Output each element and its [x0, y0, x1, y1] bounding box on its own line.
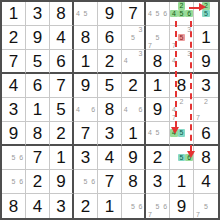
cell-r5c1[interactable]: 3 [2, 98, 26, 122]
candidate-grid: 34 [122, 50, 144, 72]
given-digit: 8 [33, 125, 42, 142]
cell-r6c8[interactable]: 45 [170, 122, 194, 146]
cell-r2c7[interactable]: 57 [146, 26, 170, 50]
cell-r7c7[interactable]: 2 [146, 146, 170, 170]
given-digit: 9 [177, 198, 186, 215]
cell-r8c2[interactable]: 2 [26, 170, 50, 194]
cell-r1c7[interactable]: 456 [146, 2, 170, 26]
candidate-4[interactable]: 4 [170, 106, 178, 114]
given-digit: 8 [153, 53, 162, 70]
given-digit: 4 [9, 77, 18, 94]
candidate-7[interactable]: 7 [146, 41, 154, 49]
cell-r8c4[interactable]: 56 [74, 170, 98, 194]
given-digit: 9 [56, 173, 65, 190]
candidate-2-green[interactable]: 2 [202, 2, 210, 10]
cell-r6c4[interactable]: 7 [74, 122, 98, 146]
cell-r4c6[interactable]: 2 [122, 74, 146, 98]
candidate-grid: 35 [122, 26, 144, 49]
candidate-3[interactable]: 3 [185, 26, 193, 34]
candidate-4[interactable]: 4 [74, 106, 82, 114]
cell-r6c9[interactable]: 6 [194, 122, 218, 146]
given-digit: 3 [33, 5, 42, 22]
cell-r6c6[interactable]: 1 [122, 122, 146, 146]
given-digit: 1 [33, 101, 42, 118]
candidate-4-green[interactable]: 4 [170, 129, 178, 136]
candidate-4[interactable]: 4 [146, 129, 154, 136]
given-digit: 2 [105, 53, 114, 70]
candidate-grid: 46 [122, 98, 144, 121]
candidate-grid: 56 [2, 146, 25, 169]
cell-r7c1[interactable]: 56 [2, 146, 26, 170]
given-digit: 6 [201, 125, 210, 142]
given-digit: 2 [56, 125, 65, 142]
candidate-5[interactable]: 5 [10, 178, 18, 186]
cell-r6c7[interactable]: 45 [146, 122, 170, 146]
cell-r1c9[interactable]: 25 [194, 2, 218, 26]
given-digit: 7 [128, 5, 137, 22]
cell-r1c6[interactable]: 7 [122, 2, 146, 26]
candidate-6-green[interactable]: 6 [185, 154, 193, 162]
candidate-3[interactable]: 3 [137, 26, 144, 34]
cell-r2c5[interactable]: 6 [98, 26, 122, 50]
given-digit: 8 [81, 29, 90, 46]
given-digit: 8 [9, 198, 18, 215]
cell-r3c2[interactable]: 5 [26, 50, 50, 74]
cell-r9c6[interactable]: 56 [122, 194, 146, 218]
given-digit: 3 [105, 125, 114, 142]
given-digit: 9 [105, 5, 114, 22]
candidate-7[interactable]: 7 [170, 113, 178, 121]
candidate-7[interactable]: 7 [146, 210, 154, 218]
cell-r1c2[interactable]: 3 [26, 2, 50, 26]
candidate-4[interactable]: 4 [122, 57, 129, 64]
candidate-grid: 57 [146, 26, 169, 49]
candidate-5-teal[interactable]: 5 [202, 10, 210, 18]
cell-r2c2[interactable]: 9 [26, 26, 50, 50]
cell-r5c8[interactable]: 247 [170, 98, 194, 122]
candidate-2-green[interactable]: 2 [178, 2, 186, 10]
cell-r4c4[interactable]: 9 [74, 74, 98, 98]
candidate-grid: 45 [170, 122, 193, 144]
given-digit: 1 [56, 149, 65, 166]
cell-r4c5[interactable]: 5 [98, 74, 122, 98]
candidate-grid: 25 [194, 2, 218, 25]
given-digit: 6 [105, 29, 114, 46]
candidate-6[interactable]: 6 [89, 106, 97, 114]
cell-r4c2[interactable]: 6 [26, 74, 50, 98]
candidate-5-green[interactable]: 5 [178, 10, 186, 18]
given-digit: 2 [33, 173, 42, 190]
cell-r7c2[interactable]: 7 [26, 146, 50, 170]
given-digit: 2 [128, 77, 137, 94]
given-digit: 8 [56, 5, 65, 22]
cell-r2c4[interactable]: 8 [74, 26, 98, 50]
candidate-grid: 247 [170, 98, 193, 121]
cell-r5c5[interactable]: 8 [98, 98, 122, 122]
given-digit: 5 [105, 77, 114, 94]
candidate-5[interactable]: 5 [129, 202, 136, 210]
cell-r9c5[interactable]: 1 [98, 194, 122, 218]
given-digit: 5 [33, 53, 42, 70]
given-digit: 2 [81, 198, 90, 215]
candidate-grid: 46 [74, 98, 97, 121]
candidate-grid: 456 [146, 2, 169, 25]
given-digit: 6 [33, 77, 42, 94]
candidate-3[interactable]: 3 [185, 50, 193, 57]
cell-r1c4[interactable]: 45 [74, 2, 98, 26]
given-digit: 7 [33, 149, 42, 166]
given-digit: 1 [153, 77, 162, 94]
cell-r9c9[interactable]: 57 [194, 194, 218, 218]
candidate-grid: 56 [2, 170, 25, 193]
cell-r2c3[interactable]: 4 [50, 26, 74, 50]
candidate-grid: 56 [122, 194, 144, 218]
cell-r5c6[interactable]: 46 [122, 98, 146, 122]
cell-r4c3[interactable]: 7 [50, 74, 74, 98]
candidate-5[interactable]: 5 [154, 34, 162, 42]
given-digit: 3 [153, 173, 162, 190]
candidate-grid: 45 [74, 2, 97, 25]
candidate-5-teal[interactable]: 5 [178, 154, 186, 162]
cell-r4c9[interactable]: 3 [194, 74, 218, 98]
given-digit: 3 [81, 149, 90, 166]
given-digit: 1 [201, 29, 210, 46]
given-digit: 3 [201, 77, 210, 94]
given-digit: 4 [201, 173, 210, 190]
candidate-6[interactable]: 6 [161, 10, 169, 18]
cell-r8c6[interactable]: 8 [122, 170, 146, 194]
cell-r2c8[interactable]: 357 [170, 26, 194, 50]
given-digit: 4 [56, 29, 65, 46]
cell-r3c6[interactable]: 34 [122, 50, 146, 74]
cell-r2c1[interactable]: 2 [2, 26, 26, 50]
cell-r4c8[interactable]: 8 [170, 74, 194, 98]
given-digit: 8 [128, 173, 137, 190]
candidate-grid: 34 [170, 50, 193, 72]
cell-r6c1[interactable]: 9 [2, 122, 26, 146]
candidate-4-green[interactable]: 4 [170, 10, 178, 18]
candidate-6[interactable]: 6 [137, 106, 144, 114]
candidate-5[interactable]: 5 [154, 10, 162, 18]
cell-r3c9[interactable]: 9 [194, 50, 218, 74]
candidate-grid: 357 [170, 26, 193, 49]
cell-r2c9[interactable]: 1 [194, 26, 218, 50]
given-digit: 1 [177, 173, 186, 190]
cell-r6c2[interactable]: 8 [26, 122, 50, 146]
candidate-6-green[interactable]: 6 [185, 10, 193, 18]
given-digit: 9 [128, 149, 137, 166]
candidate-5[interactable]: 5 [82, 178, 90, 186]
candidate-grid: 45 [146, 122, 169, 144]
cell-r7c5[interactable]: 4 [98, 146, 122, 170]
candidate-6[interactable]: 6 [137, 202, 144, 210]
cell-r8c7[interactable]: 3 [146, 170, 170, 194]
cell-r1c1[interactable]: 1 [2, 2, 26, 26]
candidate-5[interactable]: 5 [202, 202, 210, 210]
candidate-6[interactable]: 6 [161, 202, 169, 210]
candidate-4[interactable]: 4 [146, 10, 154, 18]
given-digit: 2 [153, 149, 162, 166]
cell-r2c6[interactable]: 35 [122, 26, 146, 50]
candidate-7[interactable]: 7 [194, 210, 202, 218]
cell-r3c5[interactable]: 2 [98, 50, 122, 74]
cell-r3c7[interactable]: 8 [146, 50, 170, 74]
given-digit: 4 [105, 149, 114, 166]
candidate-5[interactable]: 5 [129, 34, 136, 42]
cell-r8c9[interactable]: 4 [194, 170, 218, 194]
candidate-grid: 27 [194, 98, 218, 121]
cell-r4c1[interactable]: 4 [2, 74, 26, 98]
cell-r6c3[interactable]: 2 [50, 122, 74, 146]
candidate-7[interactable]: 7 [170, 41, 178, 49]
given-digit: 8 [201, 149, 210, 166]
candidate-grid: 56 [74, 170, 97, 193]
candidate-4[interactable]: 4 [74, 10, 82, 18]
given-digit: 6 [56, 53, 65, 70]
candidate-5-pink[interactable]: 5 [178, 34, 186, 42]
given-digit: 7 [9, 53, 18, 70]
given-digit: 1 [81, 53, 90, 70]
given-digit: 7 [105, 173, 114, 190]
given-digit: 4 [33, 198, 42, 215]
cell-r1c3[interactable]: 8 [50, 2, 74, 26]
given-digit: 9 [153, 101, 162, 118]
cell-r9c3[interactable]: 3 [50, 194, 74, 218]
cell-r8c3[interactable]: 9 [50, 170, 74, 194]
candidate-4[interactable]: 4 [122, 106, 129, 114]
given-digit: 3 [56, 198, 65, 215]
cell-r7c6[interactable]: 9 [122, 146, 146, 170]
given-digit: 7 [56, 77, 65, 94]
cell-r7c8[interactable]: 56 [170, 146, 194, 170]
cell-r5c2[interactable]: 1 [26, 98, 50, 122]
candidate-5[interactable]: 5 [154, 129, 162, 136]
given-digit: 8 [177, 77, 186, 94]
candidate-5[interactable]: 5 [82, 10, 90, 18]
candidate-grid: 2456 [170, 2, 193, 25]
cell-r9c4[interactable]: 2 [74, 194, 98, 218]
cell-r7c4[interactable]: 3 [74, 146, 98, 170]
cell-r3c1[interactable]: 7 [2, 50, 26, 74]
cell-r7c3[interactable]: 1 [50, 146, 74, 170]
cell-r4c7[interactable]: 1 [146, 74, 170, 98]
candidate-5[interactable]: 5 [10, 154, 18, 162]
cell-r3c4[interactable]: 1 [74, 50, 98, 74]
given-digit: 1 [128, 125, 137, 142]
candidate-4[interactable]: 4 [170, 57, 178, 64]
cell-r3c3[interactable]: 6 [50, 50, 74, 74]
cell-r8c1[interactable]: 56 [2, 170, 26, 194]
given-digit: 3 [9, 101, 18, 118]
candidate-grid: 57 [194, 194, 218, 218]
candidate-5-teal[interactable]: 5 [178, 129, 186, 136]
cell-r8c5[interactable]: 7 [98, 170, 122, 194]
cell-r7c9[interactable]: 8 [194, 146, 218, 170]
cell-r1c8[interactable]: 2456 [170, 2, 194, 26]
candidate-grid: 567 [146, 194, 169, 218]
given-digit: 9 [33, 29, 42, 46]
candidate-2[interactable]: 2 [178, 98, 186, 106]
cell-r9c8[interactable]: 9 [170, 194, 194, 218]
cell-r8c8[interactable]: 1 [170, 170, 194, 194]
cell-r9c2[interactable]: 4 [26, 194, 50, 218]
candidate-6[interactable]: 6 [17, 154, 25, 162]
cell-r5c7[interactable]: 9 [146, 98, 170, 122]
cell-r3c8[interactable]: 34 [170, 50, 194, 74]
given-digit: 1 [9, 5, 18, 22]
cell-r9c1[interactable]: 8 [2, 194, 26, 218]
cell-r5c3[interactable]: 5 [50, 98, 74, 122]
candidate-5[interactable]: 5 [154, 202, 162, 210]
cell-r5c9[interactable]: 27 [194, 98, 218, 122]
cell-r1c5[interactable]: 9 [98, 2, 122, 26]
sudoku-board: 1384597456245625294863557357175612348349… [0, 0, 220, 220]
candidate-2[interactable]: 2 [202, 98, 210, 106]
given-digit: 5 [56, 101, 65, 118]
given-digit: 8 [105, 101, 114, 118]
candidate-grid: 56 [170, 146, 193, 169]
cell-r5c4[interactable]: 46 [74, 98, 98, 122]
candidate-7[interactable]: 7 [194, 113, 202, 121]
given-digit: 9 [81, 77, 90, 94]
candidate-6[interactable]: 6 [17, 178, 25, 186]
candidate-3[interactable]: 3 [137, 50, 144, 57]
given-digit: 1 [105, 198, 114, 215]
given-digit: 7 [81, 125, 90, 142]
cell-r9c7[interactable]: 567 [146, 194, 170, 218]
candidate-6[interactable]: 6 [89, 178, 97, 186]
given-digit: 2 [9, 29, 18, 46]
given-digit: 9 [9, 125, 18, 142]
given-digit: 9 [201, 53, 210, 70]
cell-r6c5[interactable]: 3 [98, 122, 122, 146]
